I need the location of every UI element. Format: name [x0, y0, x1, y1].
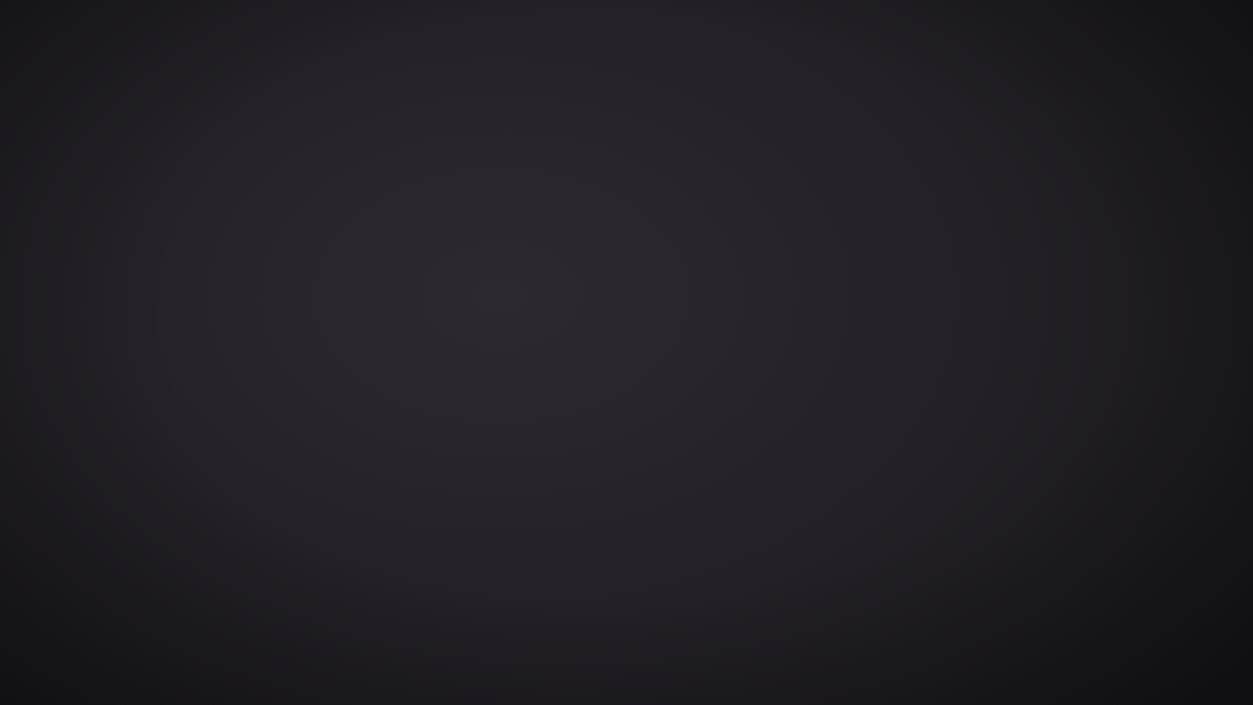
scene — [0, 0, 1253, 705]
piece-rows — [0, 0, 1253, 705]
